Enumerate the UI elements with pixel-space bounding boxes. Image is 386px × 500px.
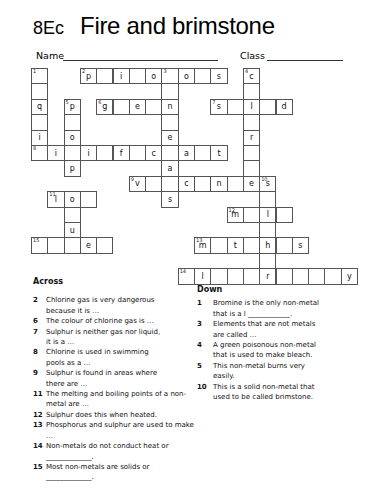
cell-letter: r <box>250 134 253 142</box>
clue-number-6: 6 <box>98 100 101 105</box>
clue-num-label: 2 <box>33 295 46 316</box>
worksheet-page: 8Ec Fire and brimstone Name Class 12pio3… <box>0 0 386 500</box>
cell-letter: o <box>70 134 75 142</box>
cell-letter: e <box>135 103 140 111</box>
grid-cell-r13c10[interactable]: l <box>194 268 211 284</box>
grid-cell-r3c2[interactable] <box>64 114 81 130</box>
clue-number-10: 10 <box>261 177 267 182</box>
grid-cell-r13c16[interactable] <box>292 268 309 284</box>
grid-cell-r11c16[interactable]: s <box>292 237 309 253</box>
clue-text: The colour of chlorine gas is … <box>46 316 154 326</box>
clue-num-label: 8 <box>33 347 46 368</box>
across-header: Across <box>33 277 194 287</box>
clue-across-14: 14Non-metals do not conduct heat or_____… <box>33 441 194 462</box>
grid-cell-r13c19[interactable]: y <box>341 268 358 284</box>
across-list: 2Chlorine gas is very dangerousbecause i… <box>33 295 194 482</box>
clue-num-label: 3 <box>197 319 213 340</box>
clue-text: Elements that are not metalsare called … <box>213 319 315 340</box>
grid-cell-r5c7[interactable]: c <box>145 145 162 161</box>
grid-cell-r9c2[interactable] <box>64 207 81 223</box>
grid-cell-r2c6[interactable]: e <box>129 99 146 115</box>
grid-cell-r0c13[interactable]: 4c <box>243 68 260 84</box>
cell-letter: c <box>152 150 156 158</box>
grid-cell-r11c14[interactable]: h <box>259 237 276 253</box>
grid-cell-r7c8[interactable] <box>161 176 178 192</box>
clue-text: Chlorine is used in swimmingpools as a … <box>46 347 149 368</box>
cell-letter: o <box>184 73 189 81</box>
cell-letter: s <box>168 196 172 204</box>
grid-cell-r1c0[interactable] <box>31 83 48 99</box>
cell-letter: a <box>184 150 189 158</box>
cell-letter: o <box>151 73 156 81</box>
clue-text: This is a solid non-metal thatused to be… <box>213 382 315 403</box>
grid-cell-r5c10[interactable] <box>194 145 211 161</box>
grid-cell-r8c3[interactable] <box>80 191 97 207</box>
grid-cell-r1c8[interactable] <box>161 83 178 99</box>
grid-cell-r2c2[interactable]: 5p <box>64 99 81 115</box>
clue-number-12: 12 <box>229 208 235 213</box>
grid-cell-r9c12[interactable]: 12m <box>227 207 244 223</box>
clue-num-label: 5 <box>197 361 213 382</box>
grid-cell-r11c15[interactable] <box>276 237 293 253</box>
cell-letter: i <box>87 150 89 158</box>
grid-cell-r7c13[interactable]: e <box>243 176 260 192</box>
cell-letter: c <box>184 180 188 188</box>
clue-number-11: 11 <box>49 192 55 197</box>
across-section: Across 2Chlorine gas is very dangerousbe… <box>33 277 194 483</box>
cell-letter: n <box>216 180 221 188</box>
grid-cell-r0c10[interactable] <box>194 68 211 84</box>
grid-cell-r13c13[interactable] <box>243 268 260 284</box>
class-write-line[interactable] <box>267 48 343 61</box>
clue-text: Most non-metals are solids or___________… <box>46 462 149 483</box>
clue-across-9: 9Sulphur is found in areas wherethere ar… <box>33 368 194 389</box>
clue-num-label: 13 <box>33 420 46 441</box>
grid-cell-r0c3[interactable]: 2p <box>80 68 97 84</box>
grid-cell-r11c4[interactable] <box>96 237 113 253</box>
down-header: Down <box>197 285 319 295</box>
clue-number-3: 3 <box>163 69 166 74</box>
cell-letter: l <box>267 211 269 219</box>
clue-down-10: 10This is a solid non-metal thatused to … <box>197 382 319 403</box>
clue-down-4: 4A green poisonous non-metalthat is used… <box>197 340 319 361</box>
class-label: Class <box>240 50 265 61</box>
clue-number-1: 1 <box>33 69 36 74</box>
clue-across-12: 12Sulphur does this when heated. <box>33 410 194 420</box>
cell-letter: e <box>86 242 91 250</box>
grid-cell-r2c4[interactable]: 6g <box>96 99 113 115</box>
grid-cell-r2c14[interactable] <box>259 99 276 115</box>
cell-letter: l <box>250 103 252 111</box>
grid-cell-r7c7[interactable] <box>145 176 162 192</box>
clue-text: A green poisonous non-metalthat is used … <box>213 340 316 361</box>
cell-letter: s <box>217 103 221 111</box>
cell-letter: h <box>265 242 270 250</box>
grid-cell-r3c13[interactable] <box>243 114 260 130</box>
grid-cell-r0c7[interactable]: o <box>145 68 162 84</box>
clue-number-4: 4 <box>245 69 248 74</box>
grid-cell-r5c4[interactable] <box>96 145 113 161</box>
clue-text: Sulphur is found in areas wherethere are… <box>46 368 157 389</box>
clue-across-2: 2Chlorine gas is very dangerousbecause i… <box>33 295 194 316</box>
grid-cell-r6c13[interactable] <box>243 160 260 176</box>
grid-cell-r0c8[interactable]: 3 <box>161 68 178 84</box>
name-write-line[interactable] <box>63 48 218 61</box>
clue-text: Sulphur is neither gas nor liquid,it is … <box>46 327 160 348</box>
cell-letter: q <box>37 103 42 111</box>
grid-cell-r5c1[interactable]: i <box>47 145 64 161</box>
clue-num-label: 12 <box>33 410 46 420</box>
grid-cell-r5c0[interactable]: 8 <box>31 145 48 161</box>
grid-cell-r13c14[interactable]: r <box>259 268 276 284</box>
cell-letter: i <box>39 134 41 142</box>
clue-across-7: 7Sulphur is neither gas nor liquid,it is… <box>33 327 194 348</box>
grid-cell-r7c9[interactable]: c <box>178 176 195 192</box>
clue-number-5: 5 <box>66 100 69 105</box>
grid-cell-r0c6[interactable] <box>129 68 146 84</box>
grid-cell-r8c1[interactable]: 11l <box>47 191 64 207</box>
cell-letter: d <box>282 103 287 111</box>
page-title: Fire and brimstone <box>80 12 275 40</box>
grid-cell-r4c0[interactable]: i <box>31 130 48 146</box>
grid-cell-r5c3[interactable]: i <box>80 145 97 161</box>
clue-across-6: 6The colour of chlorine gas is … <box>33 316 194 326</box>
grid-cell-r11c1[interactable] <box>47 237 64 253</box>
grid-cell-r2c7[interactable] <box>145 99 162 115</box>
cell-letter: r <box>266 273 269 281</box>
clue-num-label: 10 <box>197 382 213 403</box>
grid-cell-r10c14[interactable] <box>259 222 276 238</box>
grid-cell-r11c2[interactable] <box>64 237 81 253</box>
clue-num-label: 7 <box>33 327 46 348</box>
grid-cell-r0c11[interactable]: s <box>210 68 227 84</box>
grid-cell-r5c13[interactable] <box>243 145 260 161</box>
clue-text: Chlorine gas is very dangerousbecause it… <box>46 295 154 316</box>
grid-cell-r7c14[interactable]: 10s <box>259 176 276 192</box>
grid-cell-r4c8[interactable]: e <box>161 130 178 146</box>
grid-cell-r11c3[interactable]: e <box>80 237 97 253</box>
cell-letter: o <box>70 196 75 204</box>
grid-cell-r8c8[interactable]: s <box>161 191 178 207</box>
clue-across-8: 8Chlorine is used in swimmingpools as a … <box>33 347 194 368</box>
grid-cell-r12c14[interactable] <box>259 253 276 269</box>
clue-text: Bromine is the only non-metalthat is a l… <box>213 298 319 319</box>
cell-letter: s <box>217 73 221 81</box>
grid-cell-r11c12[interactable]: t <box>227 237 244 253</box>
clue-number-13: 13 <box>196 238 202 243</box>
grid-cell-r13c11[interactable] <box>210 268 227 284</box>
cell-letter: i <box>55 150 57 158</box>
grid-cell-r3c0[interactable] <box>31 114 48 130</box>
cell-letter: l <box>202 273 204 281</box>
page-header: 8Ec Fire and brimstone <box>33 12 275 40</box>
cell-letter: t <box>217 150 220 158</box>
clue-num-label: 9 <box>33 368 46 389</box>
grid-cell-r2c12[interactable] <box>227 99 244 115</box>
grid-cell-r4c2[interactable]: o <box>64 130 81 146</box>
grid-cell-r2c0[interactable]: q <box>31 99 48 115</box>
grid-cell-r5c9[interactable]: a <box>178 145 195 161</box>
clue-num-label: 1 <box>197 298 213 319</box>
grid-cell-r13c17[interactable] <box>308 268 325 284</box>
grid-cell-r2c5[interactable] <box>113 99 130 115</box>
clue-down-3: 3Elements that are not metalsare called … <box>197 319 319 340</box>
cell-letter: s <box>298 242 302 250</box>
cell-letter: e <box>168 134 173 142</box>
clue-number-8: 8 <box>33 146 36 151</box>
clue-num-label: 15 <box>33 462 46 483</box>
cell-letter: y <box>347 273 352 281</box>
grid-cell-r3c8[interactable] <box>161 114 178 130</box>
grid-cell-r2c8[interactable]: n <box>161 99 178 115</box>
cell-letter: a <box>168 165 173 173</box>
grid-cell-r7c10[interactable] <box>194 176 211 192</box>
grid-cell-r0c9[interactable]: o <box>178 68 195 84</box>
grid-cell-r11c13[interactable] <box>243 237 260 253</box>
grid-cell-r13c18[interactable] <box>324 268 341 284</box>
grid-cell-r9c15[interactable] <box>276 207 293 223</box>
clue-across-15: 15Most non-metals are solids or_________… <box>33 462 194 483</box>
grid-cell-r0c4[interactable] <box>96 68 113 84</box>
grid-cell-r5c2[interactable] <box>64 145 81 161</box>
grid-cell-r6c8[interactable]: a <box>161 160 178 176</box>
grid-cell-r9c13[interactable] <box>243 207 260 223</box>
cell-letter: t <box>234 242 237 250</box>
cell-letter: i <box>120 73 122 81</box>
grid-cell-r5c11[interactable]: t <box>210 145 227 161</box>
grid-cell-r9c14[interactable]: l <box>259 207 276 223</box>
clue-number-15: 15 <box>33 238 39 243</box>
grid-cell-r11c10[interactable]: 13m <box>194 237 211 253</box>
cell-letter: p <box>86 73 91 81</box>
clue-num-label: 14 <box>33 441 46 462</box>
clue-text: Phosphorus and sulphur are used to make… <box>46 420 194 441</box>
grid-cell-r4c13[interactable]: r <box>243 130 260 146</box>
grid-cell-r11c0[interactable]: 15 <box>31 237 48 253</box>
grid-cell-r7c11[interactable]: n <box>210 176 227 192</box>
unit-code: 8Ec <box>33 18 64 39</box>
grid-cell-r8c2[interactable]: o <box>64 191 81 207</box>
grid-cell-r7c6[interactable]: 9v <box>129 176 146 192</box>
clue-number-2: 2 <box>82 69 85 74</box>
grid-cell-r5c8[interactable] <box>161 145 178 161</box>
cell-letter: u <box>70 227 75 235</box>
cell-letter: p <box>70 165 75 173</box>
grid-cell-r0c0[interactable]: 1 <box>31 68 48 84</box>
cell-letter: v <box>135 180 140 188</box>
cell-letter: f <box>120 150 123 158</box>
clue-num-label: 6 <box>33 316 46 326</box>
name-label: Name <box>36 50 64 61</box>
clue-across-11: 11The melting and boiling points of a no… <box>33 389 194 410</box>
grid-cell-r7c12[interactable] <box>227 176 244 192</box>
down-section: Down 1Bromine is the only non-metalthat … <box>197 285 319 402</box>
cell-letter: e <box>249 180 254 188</box>
grid-cell-r13c12[interactable] <box>227 268 244 284</box>
grid-cell-r0c5[interactable]: i <box>113 68 130 84</box>
clue-number-14: 14 <box>180 269 186 274</box>
clue-down-5: 5This non-metal burns veryeasily. <box>197 361 319 382</box>
grid-cell-r1c13[interactable] <box>243 83 260 99</box>
clue-num-label: 4 <box>197 340 213 361</box>
grid-cell-r6c2[interactable]: p <box>64 160 81 176</box>
clue-num-label: 11 <box>33 389 46 410</box>
cell-letter: p <box>70 103 75 111</box>
grid-cell-r5c5[interactable]: f <box>113 145 130 161</box>
grid-cell-r2c15[interactable]: d <box>276 99 293 115</box>
clue-text: The melting and boiling points of a non-… <box>46 389 186 410</box>
down-list: 1Bromine is the only non-metalthat is a … <box>197 298 319 402</box>
clue-number-9: 9 <box>131 177 134 182</box>
cell-letter: g <box>102 103 107 111</box>
grid-cell-r5c6[interactable] <box>129 145 146 161</box>
grid-cell-r2c11[interactable]: 7s <box>210 99 227 115</box>
cell-letter: c <box>249 73 253 81</box>
grid-cell-r13c15[interactable] <box>276 268 293 284</box>
clue-down-1: 1Bromine is the only non-metalthat is a … <box>197 298 319 319</box>
cell-letter: n <box>168 103 173 111</box>
grid-cell-r2c13[interactable]: l <box>243 99 260 115</box>
clue-text: Sulphur does this when heated. <box>46 410 157 420</box>
clue-across-13: 13Phosphorus and sulphur are used to mak… <box>33 420 194 441</box>
clue-number-7: 7 <box>212 100 215 105</box>
clue-text: Non-metals do not conduct heat or_______… <box>46 441 169 462</box>
grid-cell-r10c2[interactable]: u <box>64 222 81 238</box>
grid-cell-r11c11[interactable] <box>210 237 227 253</box>
grid-cell-r8c14[interactable] <box>259 191 276 207</box>
clue-text: This non-metal burns veryeasily. <box>213 361 305 382</box>
